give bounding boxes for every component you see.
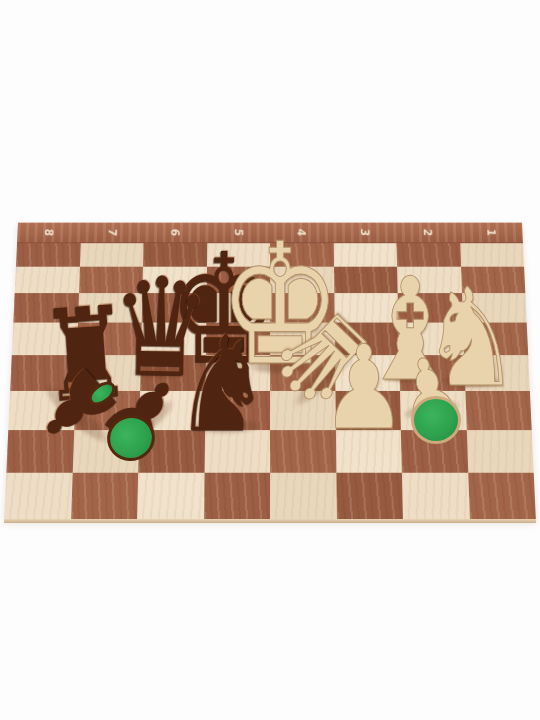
- square-r4c2: [76, 323, 141, 356]
- square-r7c8: [466, 430, 533, 473]
- square-r3c3: [142, 293, 207, 322]
- square-r8c8: [468, 473, 536, 519]
- photo-canvas: 87654321 ♚♚♛♝♞♜♛♞♟♟♟♟: [0, 0, 540, 720]
- board-edge: [4, 519, 536, 523]
- square-r5c3: [140, 355, 205, 391]
- square-r2c6: [334, 267, 398, 293]
- square-r8c2: [71, 473, 139, 519]
- square-r1c7: [397, 243, 461, 266]
- square-r2c8: [461, 267, 526, 293]
- square-r1c2: [79, 243, 143, 266]
- square-r6c2: [74, 391, 140, 430]
- square-r2c4: [206, 267, 270, 293]
- square-r3c5: [270, 293, 334, 322]
- square-r4c1: [12, 323, 78, 356]
- square-r6c8: [465, 391, 532, 430]
- frame-cell: 1: [459, 223, 523, 243]
- square-r2c2: [79, 267, 143, 293]
- square-r1c8: [460, 243, 524, 266]
- frame-cell: 5: [207, 223, 270, 243]
- square-r6c1: [8, 391, 75, 430]
- square-r8c4: [204, 473, 270, 519]
- square-r5c7: [399, 355, 465, 391]
- square-r7c4: [204, 430, 270, 473]
- rank-label-2: 2: [421, 228, 435, 236]
- rank-label-6: 6: [169, 228, 182, 236]
- board-squares: [4, 243, 536, 519]
- square-r5c1: [10, 355, 76, 391]
- square-r4c7: [398, 323, 463, 356]
- square-r7c2: [72, 430, 139, 473]
- chess-board: 87654321: [4, 223, 536, 522]
- square-r7c1: [6, 430, 73, 473]
- rank-label-8: 8: [42, 228, 56, 236]
- board-frame: 87654321: [17, 223, 523, 244]
- square-r6c6: [335, 391, 401, 430]
- square-r5c5: [270, 355, 335, 391]
- square-r6c5: [270, 391, 335, 430]
- rank-label-7: 7: [105, 228, 118, 236]
- square-r8c7: [402, 473, 470, 519]
- rank-label-4: 4: [295, 228, 308, 236]
- square-r6c4: [205, 391, 270, 430]
- square-r4c4: [205, 323, 270, 356]
- square-r5c2: [75, 355, 141, 391]
- square-r3c7: [398, 293, 463, 322]
- square-r1c4: [206, 243, 270, 266]
- square-r3c2: [77, 293, 142, 322]
- frame-cell: 3: [333, 223, 396, 243]
- square-r3c1: [13, 293, 78, 322]
- square-r3c8: [461, 293, 526, 322]
- square-r2c1: [15, 267, 80, 293]
- square-r7c7: [401, 430, 468, 473]
- square-r6c7: [400, 391, 466, 430]
- frame-cell: 2: [396, 223, 460, 243]
- square-r5c6: [335, 355, 400, 391]
- rank-label-3: 3: [358, 228, 371, 236]
- frame-cell: 6: [144, 223, 207, 243]
- square-r3c4: [206, 293, 270, 322]
- square-r8c5: [270, 473, 336, 519]
- square-r4c8: [463, 323, 529, 356]
- rank-label-1: 1: [484, 228, 498, 236]
- frame-cell: 8: [17, 223, 81, 243]
- square-r4c5: [270, 323, 335, 356]
- frame-cell: 7: [80, 223, 144, 243]
- square-r7c6: [335, 430, 401, 473]
- square-r4c6: [334, 323, 399, 356]
- square-r8c6: [336, 473, 403, 519]
- square-r2c7: [397, 267, 461, 293]
- square-r7c3: [138, 430, 204, 473]
- square-r1c1: [16, 243, 80, 266]
- square-r1c6: [333, 243, 397, 266]
- square-r8c1: [4, 473, 72, 519]
- square-r1c3: [143, 243, 207, 266]
- square-r5c4: [205, 355, 270, 391]
- frame-cell: 4: [270, 223, 333, 243]
- square-r4c3: [141, 323, 206, 356]
- square-r5c8: [464, 355, 530, 391]
- square-r3c6: [334, 293, 399, 322]
- square-r7c5: [270, 430, 336, 473]
- square-r2c3: [142, 267, 206, 293]
- rank-label-5: 5: [232, 228, 245, 236]
- square-r1c5: [270, 243, 334, 266]
- square-r2c5: [270, 267, 334, 293]
- square-r6c3: [139, 391, 205, 430]
- square-r8c3: [137, 473, 204, 519]
